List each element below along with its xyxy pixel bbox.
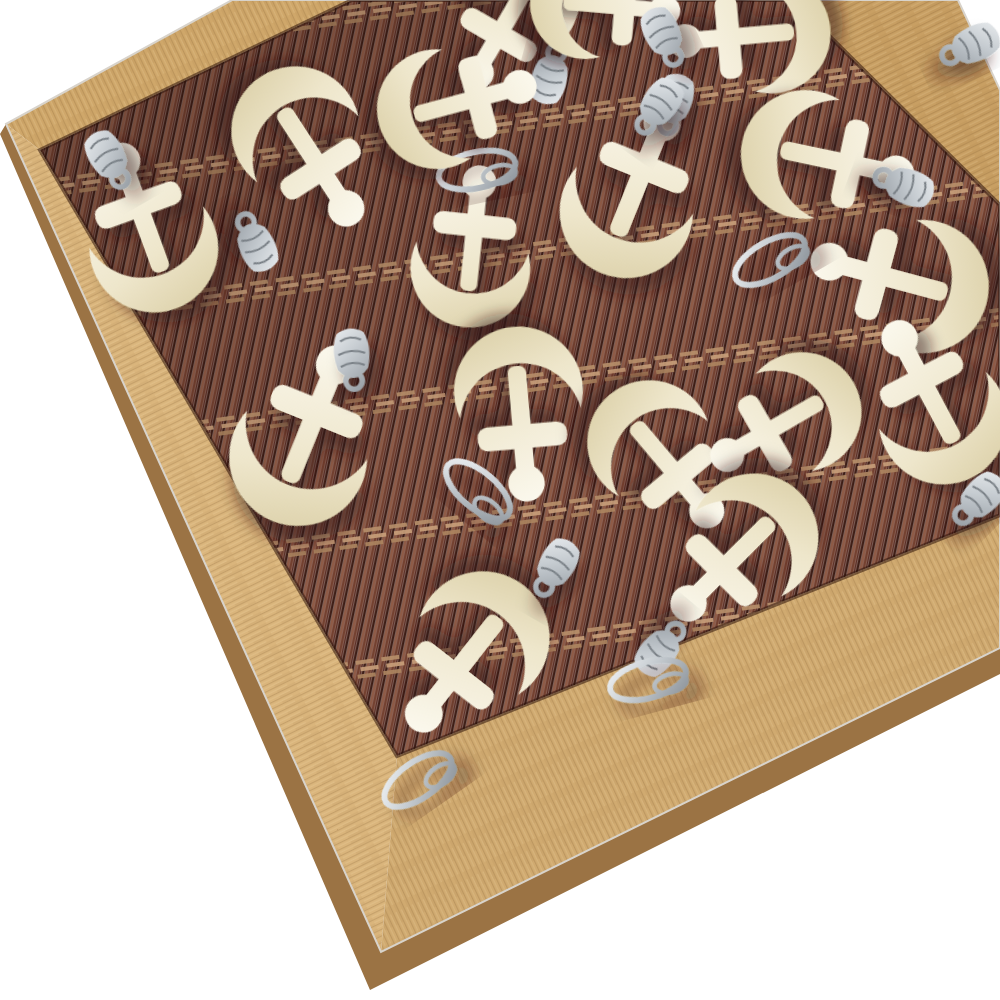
product-photo-stage: [0, 0, 1000, 1000]
pendant-tray-scene: [0, 0, 1000, 1000]
